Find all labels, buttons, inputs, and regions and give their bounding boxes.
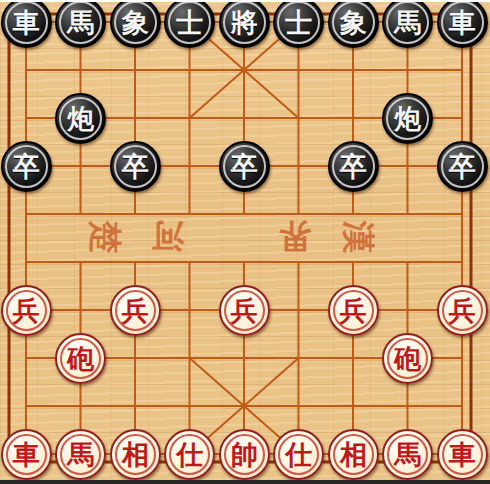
piece-glyph: 帥 <box>219 429 270 480</box>
piece-black-soldier[interactable]: 卒 <box>326 142 381 190</box>
piece-glyph: 炮 <box>55 93 106 144</box>
piece-black-advisor[interactable]: 士 <box>163 0 218 46</box>
piece-red-horse[interactable]: 馬 <box>54 430 109 478</box>
piece-glyph: 兵 <box>1 285 52 336</box>
piece-glyph: 車 <box>1 429 52 480</box>
piece-glyph: 卒 <box>219 141 270 192</box>
piece-red-advisor[interactable]: 仕 <box>163 430 218 478</box>
piece-glyph: 卒 <box>328 141 379 192</box>
piece-glyph: 車 <box>1 0 52 48</box>
piece-red-elephant[interactable]: 相 <box>326 430 381 478</box>
piece-black-soldier[interactable]: 卒 <box>217 142 272 190</box>
piece-glyph: 仕 <box>273 429 324 480</box>
piece-glyph: 炮 <box>382 93 433 144</box>
piece-glyph: 砲 <box>55 333 106 384</box>
piece-layer: 車馬象士將士象馬車炮炮卒卒卒卒卒兵兵兵兵兵砲砲車馬相仕帥仕相馬車 <box>0 0 490 478</box>
piece-glyph: 相 <box>110 429 161 480</box>
piece-glyph: 馬 <box>382 429 433 480</box>
piece-glyph: 士 <box>164 0 215 48</box>
piece-glyph: 士 <box>273 0 324 48</box>
piece-red-soldier[interactable]: 兵 <box>326 286 381 334</box>
piece-glyph: 兵 <box>219 285 270 336</box>
piece-black-general[interactable]: 將 <box>217 0 272 46</box>
piece-glyph: 馬 <box>55 0 106 48</box>
piece-glyph: 車 <box>437 0 488 48</box>
piece-black-elephant[interactable]: 象 <box>326 0 381 46</box>
piece-red-general[interactable]: 帥 <box>217 430 272 478</box>
piece-glyph: 卒 <box>437 141 488 192</box>
piece-red-soldier[interactable]: 兵 <box>217 286 272 334</box>
piece-black-cannon[interactable]: 炮 <box>54 94 109 142</box>
piece-black-horse[interactable]: 馬 <box>54 0 109 46</box>
piece-black-chariot[interactable]: 車 <box>0 0 54 46</box>
piece-glyph: 將 <box>219 0 270 48</box>
piece-red-soldier[interactable]: 兵 <box>0 286 54 334</box>
piece-red-cannon[interactable]: 砲 <box>381 334 436 382</box>
piece-glyph: 相 <box>328 429 379 480</box>
xiangqi-board: 楚 河 界 漢 車馬象士將士象馬車炮炮卒卒卒卒卒兵兵兵兵兵砲砲車馬相仕帥仕相馬車 <box>0 0 490 484</box>
piece-glyph: 兵 <box>328 285 379 336</box>
piece-glyph: 兵 <box>437 285 488 336</box>
piece-black-elephant[interactable]: 象 <box>108 0 163 46</box>
piece-red-horse[interactable]: 馬 <box>381 430 436 478</box>
piece-black-horse[interactable]: 馬 <box>381 0 436 46</box>
piece-black-soldier[interactable]: 卒 <box>0 142 54 190</box>
piece-red-chariot[interactable]: 車 <box>435 430 490 478</box>
piece-red-advisor[interactable]: 仕 <box>272 430 327 478</box>
piece-glyph: 卒 <box>1 141 52 192</box>
piece-glyph: 象 <box>110 0 161 48</box>
piece-glyph: 象 <box>328 0 379 48</box>
piece-glyph: 卒 <box>110 141 161 192</box>
piece-black-advisor[interactable]: 士 <box>272 0 327 46</box>
piece-glyph: 仕 <box>164 429 215 480</box>
piece-red-soldier[interactable]: 兵 <box>435 286 490 334</box>
piece-glyph: 馬 <box>382 0 433 48</box>
piece-black-soldier[interactable]: 卒 <box>435 142 490 190</box>
piece-red-soldier[interactable]: 兵 <box>108 286 163 334</box>
piece-black-chariot[interactable]: 車 <box>435 0 490 46</box>
bottom-edge-shadow <box>0 480 490 484</box>
piece-red-cannon[interactable]: 砲 <box>54 334 109 382</box>
top-edge-highlight <box>0 0 490 2</box>
piece-black-cannon[interactable]: 炮 <box>381 94 436 142</box>
piece-red-elephant[interactable]: 相 <box>108 430 163 478</box>
piece-glyph: 車 <box>437 429 488 480</box>
piece-glyph: 馬 <box>55 429 106 480</box>
piece-red-chariot[interactable]: 車 <box>0 430 54 478</box>
piece-glyph: 砲 <box>382 333 433 384</box>
piece-black-soldier[interactable]: 卒 <box>108 142 163 190</box>
piece-glyph: 兵 <box>110 285 161 336</box>
